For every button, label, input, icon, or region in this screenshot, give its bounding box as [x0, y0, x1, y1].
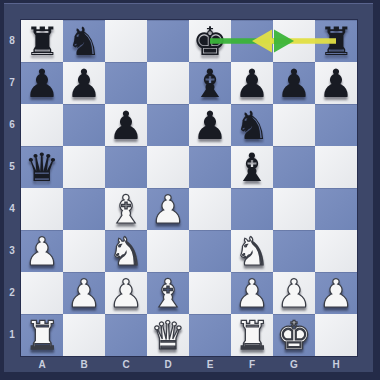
file-label-c: C [105, 357, 147, 372]
square-c8[interactable] [105, 20, 147, 62]
piece-black-bishop-e7[interactable]: ♝ [189, 62, 231, 104]
piece-black-pawn-b7[interactable]: ♟ [63, 62, 105, 104]
square-a3[interactable]: ♟ [21, 230, 63, 272]
piece-white-pawn-h2[interactable]: ♟ [315, 272, 357, 314]
rank-label-2: 2 [4, 272, 20, 314]
square-h6[interactable] [315, 104, 357, 146]
square-c5[interactable] [105, 146, 147, 188]
piece-white-pawn-f2[interactable]: ♟ [231, 272, 273, 314]
piece-black-king-e8[interactable]: ♚ [189, 20, 231, 62]
square-d6[interactable] [147, 104, 189, 146]
piece-white-king-g1[interactable]: ♚ [273, 314, 315, 356]
square-d2[interactable]: ♝ [147, 272, 189, 314]
square-c4[interactable]: ♝ [105, 188, 147, 230]
square-b2[interactable]: ♟ [63, 272, 105, 314]
file-label-h: H [315, 357, 357, 372]
piece-black-rook-a8[interactable]: ♜ [21, 20, 63, 62]
square-g1[interactable]: ♚ [273, 314, 315, 356]
square-f3[interactable]: ♞ [231, 230, 273, 272]
square-f1[interactable]: ♜ [231, 314, 273, 356]
square-b8[interactable]: ♞ [63, 20, 105, 62]
rank-label-3: 3 [4, 230, 20, 272]
square-a2[interactable] [21, 272, 63, 314]
rank-label-5: 5 [4, 146, 20, 188]
square-e7[interactable]: ♝ [189, 62, 231, 104]
square-c7[interactable] [105, 62, 147, 104]
square-b1[interactable] [63, 314, 105, 356]
piece-black-pawn-h7[interactable]: ♟ [315, 62, 357, 104]
piece-white-pawn-c2[interactable]: ♟ [105, 272, 147, 314]
square-d7[interactable] [147, 62, 189, 104]
piece-black-pawn-c6[interactable]: ♟ [105, 104, 147, 146]
piece-black-pawn-g7[interactable]: ♟ [273, 62, 315, 104]
square-e6[interactable]: ♟ [189, 104, 231, 146]
piece-black-pawn-e6[interactable]: ♟ [189, 104, 231, 146]
square-g8[interactable] [273, 20, 315, 62]
file-label-f: F [231, 357, 273, 372]
piece-black-pawn-f7[interactable]: ♟ [231, 62, 273, 104]
square-g7[interactable]: ♟ [273, 62, 315, 104]
piece-white-pawn-d4[interactable]: ♟ [147, 188, 189, 230]
square-d4[interactable]: ♟ [147, 188, 189, 230]
square-h2[interactable]: ♟ [315, 272, 357, 314]
chess-board: ♜♞♚♜♟♟♝♟♟♟♟♟♞♛♝♝♟♟♞♞♟♟♝♟♟♟♜♛♜♚ [21, 20, 357, 356]
square-g4[interactable] [273, 188, 315, 230]
square-d5[interactable] [147, 146, 189, 188]
piece-black-bishop-f5[interactable]: ♝ [231, 146, 273, 188]
square-f6[interactable]: ♞ [231, 104, 273, 146]
piece-black-pawn-a7[interactable]: ♟ [21, 62, 63, 104]
square-c3[interactable]: ♞ [105, 230, 147, 272]
square-g2[interactable]: ♟ [273, 272, 315, 314]
square-f8[interactable] [231, 20, 273, 62]
square-g5[interactable] [273, 146, 315, 188]
square-a6[interactable] [21, 104, 63, 146]
square-b7[interactable]: ♟ [63, 62, 105, 104]
piece-white-pawn-a3[interactable]: ♟ [21, 230, 63, 272]
piece-white-pawn-g2[interactable]: ♟ [273, 272, 315, 314]
piece-white-rook-a1[interactable]: ♜ [21, 314, 63, 356]
piece-white-rook-f1[interactable]: ♜ [231, 314, 273, 356]
square-e5[interactable] [189, 146, 231, 188]
piece-black-rook-h8[interactable]: ♜ [315, 20, 357, 62]
square-f5[interactable]: ♝ [231, 146, 273, 188]
piece-black-knight-f6[interactable]: ♞ [231, 104, 273, 146]
square-a7[interactable]: ♟ [21, 62, 63, 104]
square-a4[interactable] [21, 188, 63, 230]
square-b5[interactable] [63, 146, 105, 188]
square-f2[interactable]: ♟ [231, 272, 273, 314]
square-c2[interactable]: ♟ [105, 272, 147, 314]
square-h8[interactable]: ♜ [315, 20, 357, 62]
file-label-b: B [63, 357, 105, 372]
square-f4[interactable] [231, 188, 273, 230]
square-h1[interactable] [315, 314, 357, 356]
square-e8[interactable]: ♚ [189, 20, 231, 62]
rank-label-4: 4 [4, 188, 20, 230]
square-h4[interactable] [315, 188, 357, 230]
square-f7[interactable]: ♟ [231, 62, 273, 104]
file-label-d: D [147, 357, 189, 372]
square-h3[interactable] [315, 230, 357, 272]
square-e1[interactable] [189, 314, 231, 356]
rank-label-6: 6 [4, 104, 20, 146]
file-label-a: A [21, 357, 63, 372]
file-label-e: E [189, 357, 231, 372]
piece-white-bishop-d2[interactable]: ♝ [147, 272, 189, 314]
rank-label-8: 8 [4, 20, 20, 62]
square-h5[interactable] [315, 146, 357, 188]
square-e2[interactable] [189, 272, 231, 314]
file-label-g: G [273, 357, 315, 372]
square-e3[interactable] [189, 230, 231, 272]
piece-white-knight-f3[interactable]: ♞ [231, 230, 273, 272]
piece-white-pawn-b2[interactable]: ♟ [63, 272, 105, 314]
piece-white-knight-c3[interactable]: ♞ [105, 230, 147, 272]
chess-app-window: 87654321 ABCDEFGH ♜♞♚♜♟♟♝♟♟♟♟♟♞♛♝♝♟♟♞♞♟♟… [0, 0, 380, 380]
square-a1[interactable]: ♜ [21, 314, 63, 356]
square-b6[interactable] [63, 104, 105, 146]
square-h7[interactable]: ♟ [315, 62, 357, 104]
square-d8[interactable] [147, 20, 189, 62]
square-c1[interactable] [105, 314, 147, 356]
square-a8[interactable]: ♜ [21, 20, 63, 62]
square-e4[interactable] [189, 188, 231, 230]
rank-label-1: 1 [4, 314, 20, 356]
square-d3[interactable] [147, 230, 189, 272]
square-b3[interactable] [63, 230, 105, 272]
piece-white-queen-d1[interactable]: ♛ [147, 314, 189, 356]
square-d1[interactable]: ♛ [147, 314, 189, 356]
square-c6[interactable]: ♟ [105, 104, 147, 146]
square-b4[interactable] [63, 188, 105, 230]
rank-label-7: 7 [4, 62, 20, 104]
square-g6[interactable] [273, 104, 315, 146]
piece-white-bishop-c4[interactable]: ♝ [105, 188, 147, 230]
piece-black-knight-b8[interactable]: ♞ [63, 20, 105, 62]
square-a5[interactable]: ♛ [21, 146, 63, 188]
square-g3[interactable] [273, 230, 315, 272]
piece-black-queen-a5[interactable]: ♛ [21, 146, 63, 188]
